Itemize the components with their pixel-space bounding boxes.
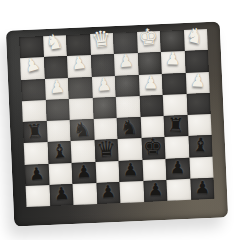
- square-c3: [71, 140, 95, 162]
- square-h6: ♟: [185, 71, 209, 93]
- square-b4: [46, 120, 70, 142]
- square-f8: ♚: [137, 31, 161, 53]
- square-e5: [116, 96, 140, 118]
- piece-black-bishop: ♝: [191, 135, 209, 155]
- square-d5: [92, 97, 116, 119]
- square-d7: [90, 54, 114, 76]
- square-g1: [166, 179, 190, 201]
- piece-white-knight: ♞: [184, 24, 206, 48]
- square-g8: [160, 30, 184, 52]
- square-a8: [19, 36, 43, 58]
- square-b6: ♟: [44, 78, 68, 100]
- square-h7: [184, 50, 208, 72]
- piece-white-knight: ♞: [44, 31, 65, 53]
- square-a4: ♜: [23, 121, 47, 143]
- board-grid: ♞♛♚♞♟♟♟♟♟♟♟♟♜♞♞♜♝♛♚♝♟♟♟♟♟♟♟♟: [19, 29, 214, 207]
- square-e8: [113, 32, 137, 54]
- square-b2: [48, 163, 72, 185]
- piece-black-pawn: ♟: [29, 165, 46, 183]
- square-g5: [163, 94, 187, 116]
- square-f6: ♟: [138, 73, 162, 95]
- square-c1: [73, 183, 97, 205]
- square-c2: ♟: [72, 161, 96, 183]
- square-h1: ♟: [190, 178, 214, 200]
- square-f7: [137, 52, 161, 74]
- square-e2: ♟: [119, 159, 143, 181]
- square-g2: ♟: [166, 157, 190, 179]
- square-a3: [24, 142, 48, 164]
- piece-white-pawn: ♟: [48, 78, 65, 96]
- square-h4: [187, 114, 211, 136]
- square-c7: ♟: [67, 55, 91, 77]
- piece-black-rook: ♜: [167, 115, 185, 134]
- square-d6: ♟: [91, 76, 115, 98]
- square-a6: [21, 79, 45, 101]
- piece-black-pawn: ♟: [170, 159, 185, 176]
- square-e1: [120, 181, 144, 203]
- chess-board: ♞♛♚♞♟♟♟♟♟♟♟♟♜♞♞♜♝♛♚♝♟♟♟♟♟♟♟♟: [6, 21, 228, 226]
- square-d2: [95, 160, 119, 182]
- square-a1: [26, 185, 50, 207]
- square-f5: [139, 95, 163, 117]
- square-h5: [186, 93, 210, 115]
- piece-white-pawn: ♟: [22, 55, 41, 76]
- square-h2: [189, 156, 213, 178]
- square-f2: [142, 158, 166, 180]
- piece-black-knight: ♞: [120, 117, 138, 137]
- piece-white-pawn: ♟: [189, 72, 205, 90]
- piece-white-pawn: ♟: [118, 52, 135, 70]
- square-d4: [93, 118, 117, 140]
- square-c8: [66, 34, 90, 56]
- piece-black-pawn: ♟: [123, 161, 138, 178]
- piece-white-pawn: ♟: [95, 76, 112, 94]
- piece-white-pawn: ♟: [165, 51, 181, 68]
- piece-white-pawn: ♟: [71, 54, 88, 73]
- piece-black-king: ♚: [143, 136, 163, 158]
- square-g4: ♜: [164, 115, 188, 137]
- piece-white-pawn: ♟: [143, 74, 158, 91]
- square-d3: ♛: [94, 139, 118, 161]
- square-a5: [22, 100, 46, 122]
- square-g3: [165, 136, 189, 158]
- piece-black-bishop: ♝: [50, 141, 68, 161]
- piece-black-pawn: ♟: [76, 163, 92, 181]
- square-h3: ♝: [188, 135, 212, 157]
- piece-white-king: ♚: [138, 26, 160, 50]
- square-b5: [45, 99, 69, 121]
- photo-scene: ♞♛♚♞♟♟♟♟♟♟♟♟♜♞♞♜♝♛♚♝♟♟♟♟♟♟♟♟: [0, 0, 240, 240]
- square-h8: ♞: [183, 29, 207, 51]
- square-g7: ♟: [161, 51, 185, 73]
- square-a7: ♟: [20, 57, 44, 79]
- piece-black-pawn: ♟: [194, 179, 209, 196]
- square-c5: [69, 98, 93, 120]
- square-b8: ♞: [43, 35, 67, 57]
- square-b7: [44, 56, 68, 78]
- piece-black-pawn: ♟: [147, 181, 162, 198]
- square-d8: ♛: [90, 33, 114, 55]
- square-e6: [115, 75, 139, 97]
- square-e4: ♞: [117, 117, 141, 139]
- piece-black-queen: ♛: [96, 138, 117, 161]
- square-e7: ♟: [114, 53, 138, 75]
- piece-black-pawn: ♟: [53, 185, 70, 203]
- piece-black-rook: ♜: [26, 121, 45, 142]
- square-c6: [68, 77, 92, 99]
- square-f3: ♚: [141, 137, 165, 159]
- square-e3: [118, 138, 142, 160]
- square-f4: [140, 116, 164, 138]
- piece-white-queen: ♛: [91, 28, 113, 52]
- square-b3: ♝: [47, 141, 71, 163]
- square-f1: ♟: [143, 180, 167, 202]
- piece-black-knight: ♞: [72, 118, 91, 139]
- square-b1: ♟: [49, 184, 73, 206]
- square-c4: ♞: [70, 119, 94, 141]
- piece-black-pawn: ♟: [100, 183, 116, 201]
- square-g6: [162, 72, 186, 94]
- square-a2: ♟: [25, 164, 49, 186]
- square-d1: ♟: [96, 182, 120, 204]
